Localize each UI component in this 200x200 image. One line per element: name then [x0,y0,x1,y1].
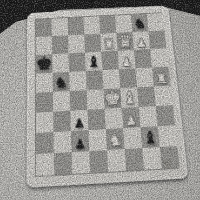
black-bishop[interactable]: ♝ [142,129,158,147]
square-a6[interactable]: ♚ [36,54,53,73]
square-c7[interactable] [68,35,85,54]
square-g7[interactable]: ♟ [132,31,150,50]
black-pawn[interactable]: ♟ [74,138,86,151]
chess-board: ♞♜♛♟♚♝♟♞♜♚♝♟♟♟♞♝ ♛ CHESS [27,6,189,188]
square-d7[interactable] [84,34,101,53]
square-b6[interactable] [52,53,69,72]
square-f5[interactable] [119,68,137,88]
square-g2[interactable]: ♝ [140,126,159,148]
square-a4[interactable] [36,92,53,113]
board-grid: ♞♜♛♟♚♝♟♞♜♚♝♟♟♟♞♝ [35,12,179,177]
square-e6[interactable] [101,51,119,70]
square-b5[interactable]: ♞ [52,72,69,92]
white-queen[interactable]: ♛ [117,33,134,50]
square-h8[interactable] [147,13,165,31]
white-king[interactable]: ♚ [103,88,121,108]
square-e2[interactable]: ♞ [106,128,125,150]
square-h2[interactable] [158,125,178,147]
square-b3[interactable] [53,111,71,132]
black-bishop[interactable]: ♝ [86,54,101,70]
square-h5[interactable]: ♜ [152,67,171,87]
square-h7[interactable] [148,30,166,49]
square-g4[interactable] [137,86,156,107]
square-d1[interactable] [89,150,108,173]
square-c3[interactable]: ♟ [70,110,88,131]
black-pawn[interactable]: ♟ [74,117,85,130]
square-c8[interactable] [67,17,84,35]
square-b2[interactable] [53,131,71,153]
square-b7[interactable] [52,35,69,54]
black-knight[interactable]: ♞ [54,76,68,91]
square-a5[interactable] [36,73,53,93]
square-e8[interactable] [99,15,116,33]
white-pawn[interactable]: ♟ [136,38,147,49]
square-f3[interactable]: ♟ [122,107,141,128]
square-f4[interactable]: ♝ [120,87,138,108]
square-d2[interactable] [88,129,107,151]
square-b1[interactable] [54,152,72,175]
square-f8[interactable] [115,15,132,33]
square-e3[interactable] [105,108,124,129]
square-d8[interactable] [83,16,100,34]
square-d6[interactable]: ♝ [85,52,102,71]
square-b4[interactable] [53,91,71,112]
black-king[interactable]: ♚ [36,54,53,73]
square-h3[interactable] [156,105,175,126]
square-c1[interactable] [72,151,91,174]
square-c5[interactable] [69,71,86,91]
square-e1[interactable] [107,149,126,172]
white-rook[interactable]: ♜ [155,71,169,85]
photo-scene: ♞♜♛♟♚♝♟♞♜♚♝♟♟♟♞♝ ♛ CHESS [0,0,200,200]
square-h4[interactable] [154,86,173,106]
white-knight[interactable]: ♞ [108,132,123,149]
white-pawn[interactable]: ♟ [125,114,137,127]
square-g8[interactable]: ♞ [131,14,149,32]
square-a8[interactable] [36,19,52,37]
crown-emblem-icon: ♛ [161,156,174,172]
square-g5[interactable] [135,67,153,87]
white-bishop[interactable]: ♝ [122,90,138,107]
square-g1[interactable] [142,147,162,170]
white-rook[interactable]: ♜ [103,37,116,50]
square-g3[interactable] [139,106,158,127]
square-c6[interactable] [69,53,86,72]
square-f7[interactable]: ♛ [116,32,134,51]
square-e7[interactable]: ♜ [100,33,117,52]
black-knight[interactable]: ♞ [133,17,147,31]
square-g6[interactable] [134,49,152,68]
square-d4[interactable] [87,89,105,110]
square-d5[interactable] [86,70,104,90]
square-a2[interactable] [36,132,54,154]
square-a3[interactable] [36,112,54,133]
square-b8[interactable] [52,18,68,36]
square-f1[interactable] [125,148,144,171]
white-pawn[interactable]: ♟ [121,56,132,68]
square-f2[interactable] [123,127,142,149]
square-c2[interactable]: ♟ [71,130,89,152]
board-brand-text: CHESS [168,59,176,80]
square-a1[interactable] [36,153,54,176]
square-d3[interactable] [87,109,105,130]
square-c4[interactable] [70,90,88,111]
square-e4[interactable]: ♚ [103,88,121,109]
square-h6[interactable] [150,48,168,67]
vinyl-mat: ♞♜♛♟♚♝♟♞♜♚♝♟♟♟♞♝ ♛ CHESS [27,6,189,188]
square-f6[interactable]: ♟ [118,50,136,69]
